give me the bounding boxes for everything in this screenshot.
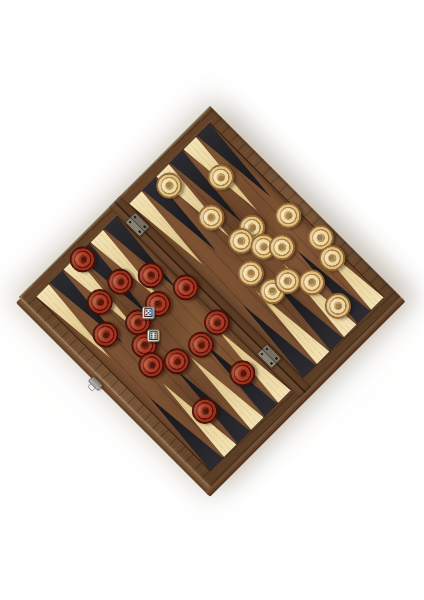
- checkers-layer: ●●●●●●●●●●●●●●●●●●●●●●●●●●●●●●⚄⚅: [19, 106, 401, 488]
- die[interactable]: ⚅: [147, 329, 160, 342]
- die[interactable]: ⚄: [142, 307, 155, 320]
- red-checker[interactable]: ●: [224, 355, 261, 392]
- backgammon-board: ●●●●●●●●●●●●●●●●●●●●●●●●●●●●●●⚄⚅: [19, 106, 401, 488]
- red-checker[interactable]: ●: [132, 257, 169, 294]
- cream-checker[interactable]: ●: [193, 199, 230, 236]
- photo-scene: ●●●●●●●●●●●●●●●●●●●●●●●●●●●●●●⚄⚅: [0, 0, 424, 600]
- cream-checker[interactable]: ●: [151, 167, 188, 204]
- board-rotation-wrapper: ●●●●●●●●●●●●●●●●●●●●●●●●●●●●●●⚄⚅: [19, 106, 401, 488]
- cream-checker[interactable]: ●: [319, 288, 356, 325]
- red-checker[interactable]: ●: [187, 393, 224, 430]
- cream-checker[interactable]: ●: [202, 159, 239, 196]
- red-checker[interactable]: ●: [167, 269, 204, 306]
- red-checker[interactable]: ●: [65, 241, 102, 278]
- red-checker[interactable]: ●: [87, 317, 124, 354]
- cream-checker[interactable]: ●: [270, 197, 307, 234]
